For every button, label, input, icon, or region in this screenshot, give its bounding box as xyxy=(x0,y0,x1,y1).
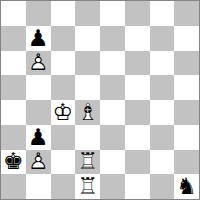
square-c1[interactable] xyxy=(51,174,76,199)
square-f2[interactable] xyxy=(125,150,150,175)
square-b5[interactable] xyxy=(26,75,51,100)
square-g6[interactable] xyxy=(150,51,175,76)
square-h6[interactable] xyxy=(174,51,199,76)
square-f7[interactable] xyxy=(125,26,150,51)
square-b2[interactable]: ♟♙ xyxy=(26,150,51,175)
square-d2[interactable]: ♜♖ xyxy=(75,150,100,175)
square-d8[interactable] xyxy=(75,1,100,26)
square-g4[interactable] xyxy=(150,100,175,125)
square-a1[interactable] xyxy=(1,174,26,199)
square-h5[interactable] xyxy=(174,75,199,100)
white-rook-icon: ♜♖ xyxy=(77,150,98,173)
square-g1[interactable] xyxy=(150,174,175,199)
square-c5[interactable] xyxy=(51,75,76,100)
square-e1[interactable] xyxy=(100,174,125,199)
square-h1[interactable]: ♞ xyxy=(174,174,199,199)
white-pawn-icon: ♟♙ xyxy=(28,150,49,173)
square-g7[interactable] xyxy=(150,26,175,51)
square-h8[interactable] xyxy=(174,1,199,26)
square-a2[interactable]: ♚ xyxy=(1,150,26,175)
square-g8[interactable] xyxy=(150,1,175,26)
square-e6[interactable] xyxy=(100,51,125,76)
square-e2[interactable] xyxy=(100,150,125,175)
square-c3[interactable] xyxy=(51,125,76,150)
square-c7[interactable] xyxy=(51,26,76,51)
square-b8[interactable] xyxy=(26,1,51,26)
square-d7[interactable] xyxy=(75,26,100,51)
square-h4[interactable] xyxy=(174,100,199,125)
square-f3[interactable] xyxy=(125,125,150,150)
black-pawn-icon: ♟ xyxy=(28,27,49,50)
white-bishop-icon: ♝♗ xyxy=(77,101,98,124)
square-h7[interactable] xyxy=(174,26,199,51)
square-a5[interactable] xyxy=(1,75,26,100)
square-a4[interactable] xyxy=(1,100,26,125)
square-h2[interactable] xyxy=(174,150,199,175)
square-c6[interactable] xyxy=(51,51,76,76)
square-g2[interactable] xyxy=(150,150,175,175)
square-d5[interactable] xyxy=(75,75,100,100)
square-b4[interactable] xyxy=(26,100,51,125)
square-e7[interactable] xyxy=(100,26,125,51)
black-pawn-icon: ♟ xyxy=(28,126,49,149)
square-g5[interactable] xyxy=(150,75,175,100)
square-c2[interactable] xyxy=(51,150,76,175)
square-b6[interactable]: ♟♙ xyxy=(26,51,51,76)
chess-board: ♟♟♙♚♔♝♗♟♚♟♙♜♖♜♖♞ xyxy=(0,0,200,200)
square-d3[interactable] xyxy=(75,125,100,150)
square-b3[interactable]: ♟ xyxy=(26,125,51,150)
square-h3[interactable] xyxy=(174,125,199,150)
square-e8[interactable] xyxy=(100,1,125,26)
white-king-icon: ♚♔ xyxy=(53,101,74,124)
square-f8[interactable] xyxy=(125,1,150,26)
square-d1[interactable]: ♜♖ xyxy=(75,174,100,199)
square-a7[interactable] xyxy=(1,26,26,51)
square-c8[interactable] xyxy=(51,1,76,26)
square-f5[interactable] xyxy=(125,75,150,100)
square-e4[interactable] xyxy=(100,100,125,125)
square-c4[interactable]: ♚♔ xyxy=(51,100,76,125)
square-f1[interactable] xyxy=(125,174,150,199)
square-a3[interactable] xyxy=(1,125,26,150)
square-b7[interactable]: ♟ xyxy=(26,26,51,51)
square-d6[interactable] xyxy=(75,51,100,76)
square-a6[interactable] xyxy=(1,51,26,76)
black-knight-icon: ♞ xyxy=(176,175,197,198)
square-f4[interactable] xyxy=(125,100,150,125)
square-g3[interactable] xyxy=(150,125,175,150)
white-pawn-icon: ♟♙ xyxy=(28,51,49,74)
square-f6[interactable] xyxy=(125,51,150,76)
square-b1[interactable] xyxy=(26,174,51,199)
square-a8[interactable] xyxy=(1,1,26,26)
black-king-icon: ♚ xyxy=(3,150,24,173)
square-e5[interactable] xyxy=(100,75,125,100)
white-rook-icon: ♜♖ xyxy=(77,175,98,198)
square-e3[interactable] xyxy=(100,125,125,150)
square-d4[interactable]: ♝♗ xyxy=(75,100,100,125)
